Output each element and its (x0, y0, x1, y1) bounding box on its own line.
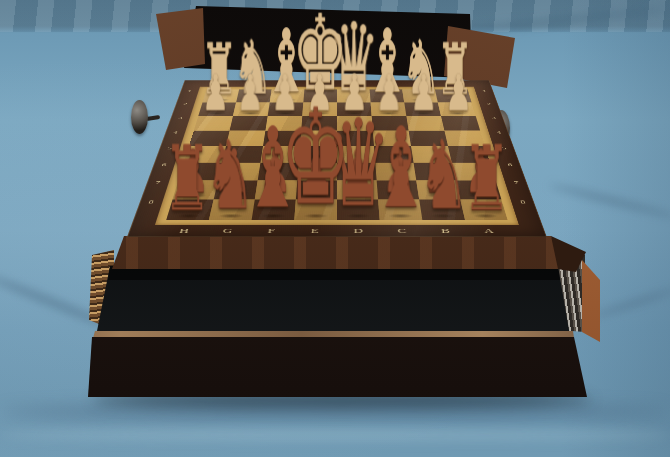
photo-scene: ♜♞♝♚♛♝♞♜♟♟♟♟♟♟♟♟♟♟♟♟♟♟♟♟♜♞♝♚♛♝♞♜ HGFEDCB… (0, 0, 670, 457)
file-label: D (337, 225, 381, 237)
square-h2: ♟ (198, 102, 236, 116)
file-label: G (205, 225, 251, 237)
fabric-crease (549, 182, 670, 219)
chess-board: ♜♞♝♚♛♝♞♜♟♟♟♟♟♟♟♟♟♟♟♟♟♟♟♟♜♞♝♚♛♝♞♜ HGFEDCB… (127, 80, 547, 237)
black-rook: ♜ (463, 136, 511, 221)
white-pawn: ♟ (445, 69, 472, 117)
square-f8: ♝ (252, 199, 296, 220)
black-bishop: ♝ (243, 116, 303, 221)
file-labels: HGFEDCBA (161, 225, 513, 237)
file-label: A (466, 225, 513, 237)
file-label: E (293, 225, 337, 237)
file-label: C (380, 225, 425, 237)
file-label: F (249, 225, 294, 237)
fabric-crease (591, 286, 670, 320)
file-label: B (423, 225, 469, 237)
square-c8: ♝ (378, 199, 422, 220)
file-label: H (161, 225, 208, 237)
square-h8: ♜ (166, 199, 213, 220)
white-pawn: ♟ (202, 69, 229, 117)
black-rook: ♜ (163, 136, 211, 221)
fabric-fold-highlight (0, 430, 670, 440)
squares-grid: ♜♞♝♚♛♝♞♜♟♟♟♟♟♟♟♟♟♟♟♟♟♟♟♟♜♞♝♚♛♝♞♜ (166, 90, 508, 220)
square-a2: ♟ (438, 102, 476, 116)
black-bishop: ♝ (371, 116, 431, 221)
square-a8: ♜ (460, 199, 507, 220)
left-hinge-knob (131, 100, 148, 134)
